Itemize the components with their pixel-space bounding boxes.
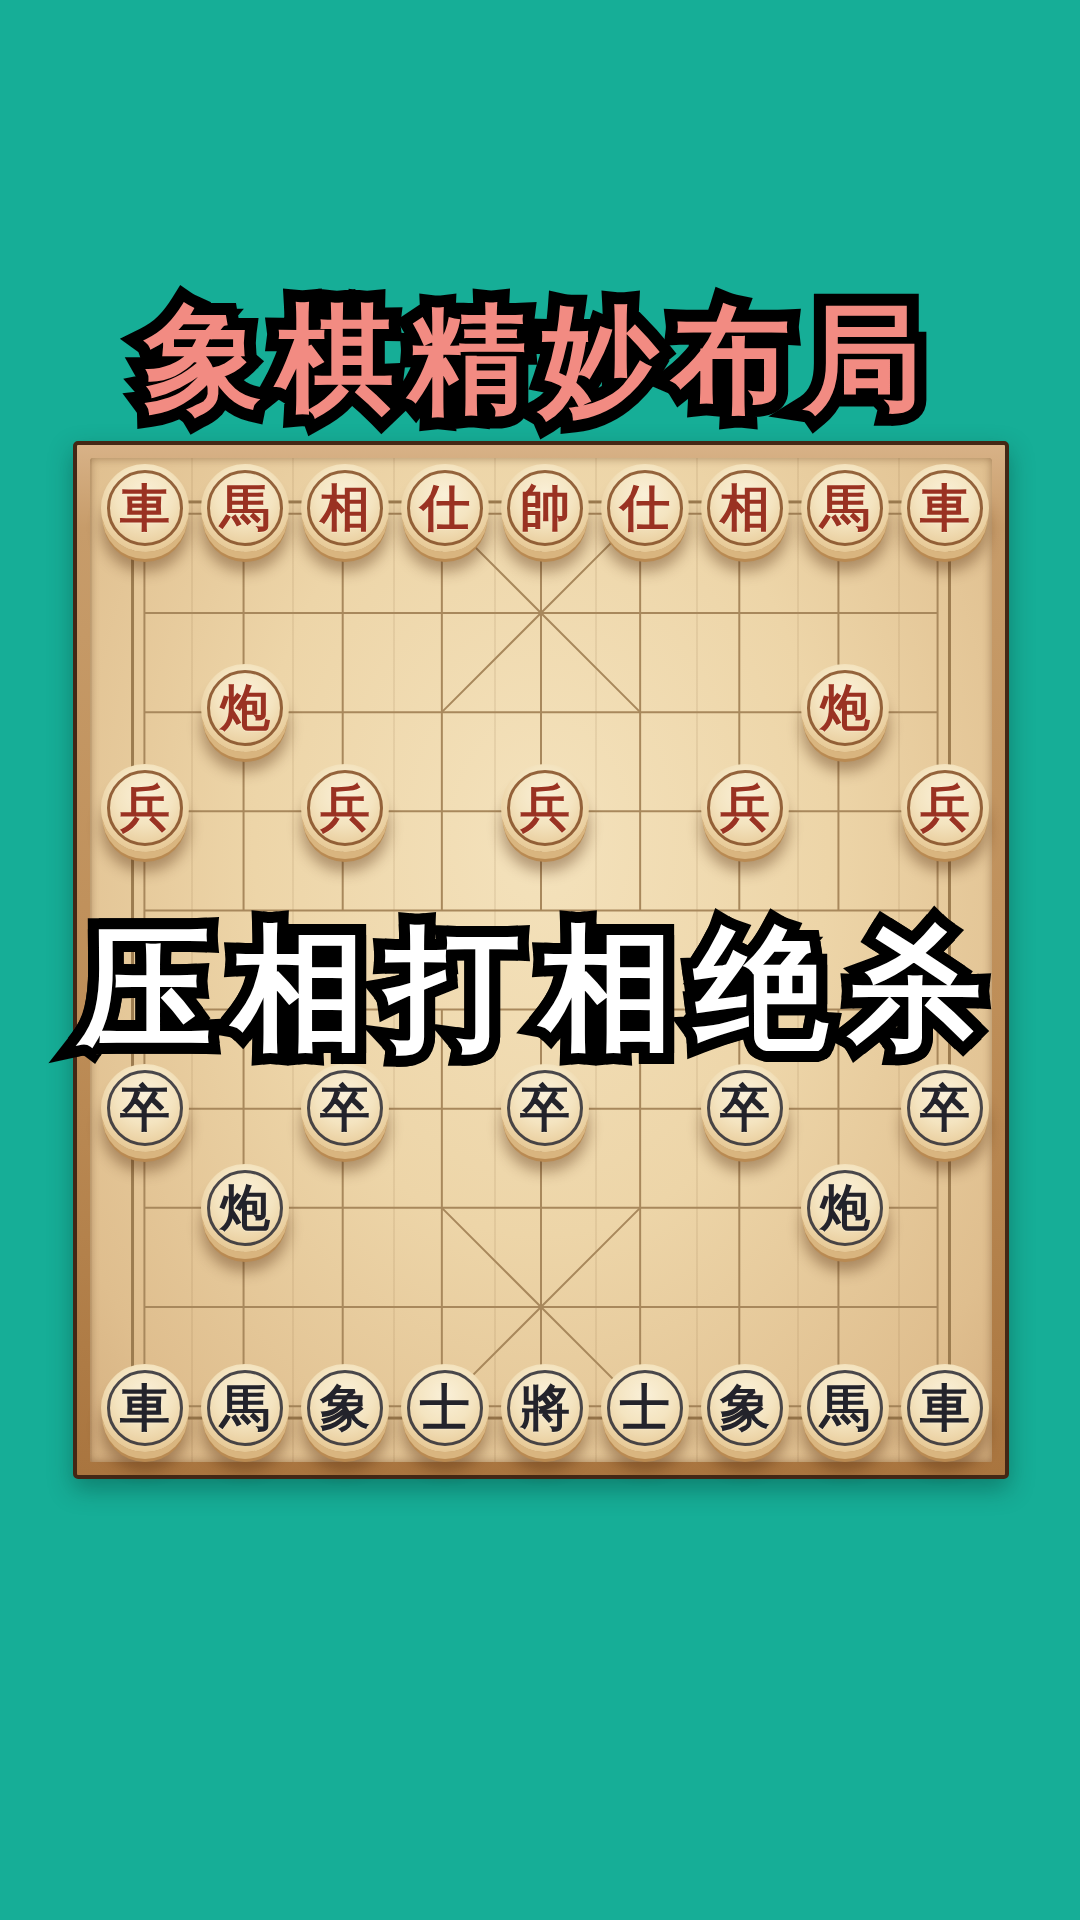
point-h4[interactable] [795, 1064, 895, 1164]
piece-label: 炮 [801, 1164, 889, 1252]
point-f2[interactable] [595, 1264, 695, 1364]
point-e1[interactable]: 將 [495, 1364, 595, 1464]
point-g5[interactable] [695, 964, 795, 1064]
piece-label: 仕 [601, 464, 689, 552]
piece-label: 士 [601, 1364, 689, 1452]
point-b10[interactable]: 馬 [195, 464, 295, 564]
point-h2[interactable] [795, 1264, 895, 1364]
point-d5[interactable] [395, 964, 495, 1064]
piece-black-chariot[interactable]: 車 [101, 1364, 189, 1452]
point-i8[interactable] [895, 664, 995, 764]
point-h6[interactable] [795, 864, 895, 964]
piece-label: 馬 [801, 464, 889, 552]
point-d7[interactable] [395, 764, 495, 864]
app-screen: 象棋精妙布局 象棋精妙布局 車馬相仕帥仕相馬車炮炮兵兵兵兵兵卒卒卒卒 [0, 0, 1080, 1920]
point-e10[interactable]: 帥 [495, 464, 595, 564]
board-grid: 車馬相仕帥仕相馬車炮炮兵兵兵兵兵卒卒卒卒卒炮炮車馬象士將士象馬車 [95, 464, 995, 1464]
piece-red-soldier[interactable]: 兵 [901, 764, 989, 852]
point-c8[interactable] [295, 664, 395, 764]
piece-red-soldier[interactable]: 兵 [501, 764, 589, 852]
point-e8[interactable] [495, 664, 595, 764]
piece-label: 兵 [501, 764, 589, 852]
point-c5[interactable] [295, 964, 395, 1064]
piece-black-soldier[interactable]: 卒 [701, 1064, 789, 1152]
point-c6[interactable] [295, 864, 395, 964]
piece-red-chariot[interactable]: 車 [901, 464, 989, 552]
piece-red-soldier[interactable]: 兵 [101, 764, 189, 852]
point-e2[interactable] [495, 1264, 595, 1364]
point-i6[interactable] [895, 864, 995, 964]
point-e9[interactable] [495, 564, 595, 664]
piece-label: 車 [101, 464, 189, 552]
piece-label: 兵 [901, 764, 989, 852]
point-h3[interactable]: 炮 [795, 1164, 895, 1264]
point-d6[interactable] [395, 864, 495, 964]
piece-label: 仕 [401, 464, 489, 552]
point-a2[interactable] [95, 1264, 195, 1364]
point-g6[interactable] [695, 864, 795, 964]
point-c4[interactable]: 卒 [295, 1064, 395, 1164]
point-i9[interactable] [895, 564, 995, 664]
point-a6[interactable] [95, 864, 195, 964]
point-a9[interactable] [95, 564, 195, 664]
point-b2[interactable] [195, 1264, 295, 1364]
point-i4[interactable]: 卒 [895, 1064, 995, 1164]
point-f9[interactable] [595, 564, 695, 664]
video-title-outline: 象棋精妙布局 [0, 292, 1080, 428]
piece-label: 馬 [801, 1364, 889, 1452]
point-f3[interactable] [595, 1164, 695, 1264]
piece-black-horse[interactable]: 馬 [801, 1364, 889, 1452]
point-c10[interactable]: 相 [295, 464, 395, 564]
piece-label: 卒 [301, 1064, 389, 1152]
point-d9[interactable] [395, 564, 495, 664]
piece-label: 兵 [301, 764, 389, 852]
point-a5[interactable] [95, 964, 195, 1064]
piece-label: 車 [901, 464, 989, 552]
point-b6[interactable] [195, 864, 295, 964]
piece-black-chariot[interactable]: 車 [901, 1364, 989, 1452]
piece-red-horse[interactable]: 馬 [801, 464, 889, 552]
piece-label: 將 [501, 1364, 589, 1452]
point-i2[interactable] [895, 1264, 995, 1364]
point-e5[interactable] [495, 964, 595, 1064]
point-d3[interactable] [395, 1164, 495, 1264]
piece-label: 車 [101, 1364, 189, 1452]
piece-label: 馬 [201, 464, 289, 552]
point-c3[interactable] [295, 1164, 395, 1264]
point-g1[interactable]: 象 [695, 1364, 795, 1464]
piece-label: 相 [701, 464, 789, 552]
piece-black-advisor[interactable]: 士 [401, 1364, 489, 1452]
piece-label: 炮 [201, 1164, 289, 1252]
piece-label: 卒 [501, 1064, 589, 1152]
piece-label: 炮 [801, 664, 889, 752]
piece-label: 車 [901, 1364, 989, 1452]
piece-black-advisor[interactable]: 士 [601, 1364, 689, 1452]
point-h10[interactable]: 馬 [795, 464, 895, 564]
point-g2[interactable] [695, 1264, 795, 1364]
piece-label: 兵 [101, 764, 189, 852]
piece-label: 象 [301, 1364, 389, 1452]
piece-label: 卒 [901, 1064, 989, 1152]
point-d4[interactable] [395, 1064, 495, 1164]
point-i7[interactable]: 兵 [895, 764, 995, 864]
point-b8[interactable]: 炮 [195, 664, 295, 764]
piece-red-advisor[interactable]: 仕 [601, 464, 689, 552]
point-b3[interactable]: 炮 [195, 1164, 295, 1264]
piece-black-soldier[interactable]: 卒 [101, 1064, 189, 1152]
point-f7[interactable] [595, 764, 695, 864]
piece-label: 馬 [201, 1364, 289, 1452]
point-d2[interactable] [395, 1264, 495, 1364]
point-g10[interactable]: 相 [695, 464, 795, 564]
piece-red-general[interactable]: 帥 [501, 464, 589, 552]
piece-red-advisor[interactable]: 仕 [401, 464, 489, 552]
point-g7[interactable]: 兵 [695, 764, 795, 864]
piece-label: 卒 [101, 1064, 189, 1152]
piece-red-cannon[interactable]: 炮 [201, 664, 289, 752]
point-h8[interactable]: 炮 [795, 664, 895, 764]
point-g3[interactable] [695, 1164, 795, 1264]
point-b7[interactable] [195, 764, 295, 864]
point-f1[interactable]: 士 [595, 1364, 695, 1464]
point-h5[interactable] [795, 964, 895, 1064]
point-e7[interactable]: 兵 [495, 764, 595, 864]
point-a1[interactable]: 車 [95, 1364, 195, 1464]
piece-label: 士 [401, 1364, 489, 1452]
piece-black-cannon[interactable]: 炮 [201, 1164, 289, 1252]
point-f10[interactable]: 仕 [595, 464, 695, 564]
piece-black-soldier[interactable]: 卒 [501, 1064, 589, 1152]
point-b9[interactable] [195, 564, 295, 664]
point-h1[interactable]: 馬 [795, 1364, 895, 1464]
point-a10[interactable]: 車 [95, 464, 195, 564]
point-a7[interactable]: 兵 [95, 764, 195, 864]
point-c9[interactable] [295, 564, 395, 664]
point-a4[interactable]: 卒 [95, 1064, 195, 1164]
piece-label: 兵 [701, 764, 789, 852]
point-g4[interactable]: 卒 [695, 1064, 795, 1164]
piece-label: 帥 [501, 464, 589, 552]
point-c7[interactable]: 兵 [295, 764, 395, 864]
point-f4[interactable] [595, 1064, 695, 1164]
point-f8[interactable] [595, 664, 695, 764]
point-b4[interactable] [195, 1064, 295, 1164]
piece-label: 卒 [701, 1064, 789, 1152]
piece-red-elephant[interactable]: 相 [301, 464, 389, 552]
point-i1[interactable]: 車 [895, 1364, 995, 1464]
piece-red-soldier[interactable]: 兵 [701, 764, 789, 852]
point-i5[interactable] [895, 964, 995, 1064]
point-c1[interactable]: 象 [295, 1364, 395, 1464]
point-b1[interactable]: 馬 [195, 1364, 295, 1464]
piece-red-elephant[interactable]: 相 [701, 464, 789, 552]
point-a3[interactable] [95, 1164, 195, 1264]
piece-label: 相 [301, 464, 389, 552]
point-d8[interactable] [395, 664, 495, 764]
point-g9[interactable] [695, 564, 795, 664]
piece-red-chariot[interactable]: 車 [101, 464, 189, 552]
video-title-text: 象棋精妙布局 [0, 292, 1080, 428]
point-a8[interactable] [95, 664, 195, 764]
point-e3[interactable] [495, 1164, 595, 1264]
piece-black-soldier[interactable]: 卒 [301, 1064, 389, 1152]
piece-red-soldier[interactable]: 兵 [301, 764, 389, 852]
point-c2[interactable] [295, 1264, 395, 1364]
point-b5[interactable] [195, 964, 295, 1064]
point-i3[interactable] [895, 1164, 995, 1264]
point-i10[interactable]: 車 [895, 464, 995, 564]
piece-black-general[interactable]: 將 [501, 1364, 589, 1452]
piece-black-horse[interactable]: 馬 [201, 1364, 289, 1452]
piece-label: 象 [701, 1364, 789, 1452]
piece-label: 炮 [201, 664, 289, 752]
point-d10[interactable]: 仕 [395, 464, 495, 564]
point-f5[interactable] [595, 964, 695, 1064]
piece-black-elephant[interactable]: 象 [301, 1364, 389, 1452]
piece-red-horse[interactable]: 馬 [201, 464, 289, 552]
point-e4[interactable]: 卒 [495, 1064, 595, 1164]
piece-red-cannon[interactable]: 炮 [801, 664, 889, 752]
piece-black-cannon[interactable]: 炮 [801, 1164, 889, 1252]
point-g8[interactable] [695, 664, 795, 764]
piece-black-soldier[interactable]: 卒 [901, 1064, 989, 1152]
xiangqi-board[interactable]: 車馬相仕帥仕相馬車炮炮兵兵兵兵兵卒卒卒卒卒炮炮車馬象士將士象馬車 [73, 441, 1009, 1479]
point-d1[interactable]: 士 [395, 1364, 495, 1464]
piece-black-elephant[interactable]: 象 [701, 1364, 789, 1452]
point-e6[interactable] [495, 864, 595, 964]
point-f6[interactable] [595, 864, 695, 964]
point-h7[interactable] [795, 764, 895, 864]
point-h9[interactable] [795, 564, 895, 664]
